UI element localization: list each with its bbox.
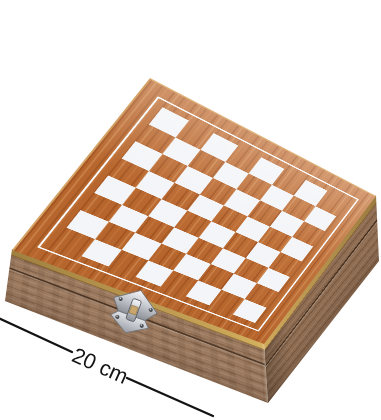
product-photo: 20 cm	[0, 0, 381, 420]
dimension-line-left	[0, 316, 72, 352]
dimension-annotation: 20 cm	[0, 0, 381, 420]
dimension-line-right	[127, 378, 213, 416]
dimension-label: 20 cm	[68, 343, 131, 389]
